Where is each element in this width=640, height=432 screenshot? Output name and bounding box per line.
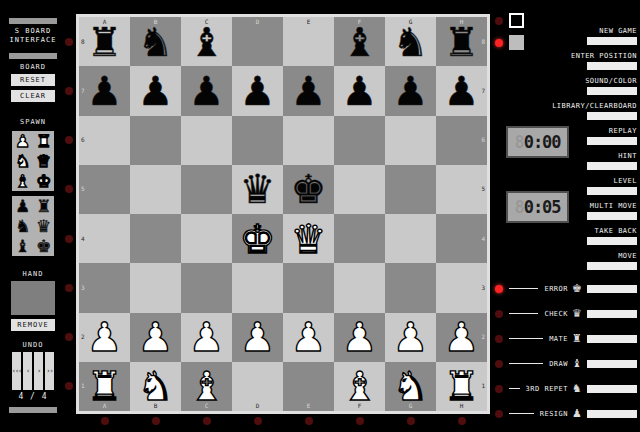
rank-6-led <box>65 136 73 144</box>
spawn-white-bishop[interactable]: ♝ <box>15 173 30 190</box>
sound-color-button[interactable] <box>587 87 637 95</box>
square-h5[interactable]: 5 <box>436 165 487 214</box>
white-rook-piece[interactable]: ♜ <box>444 366 480 406</box>
menu-item-enter-position: ENTER POSITION <box>545 52 637 70</box>
status-line <box>509 413 534 414</box>
3rd-repet-led <box>495 385 503 393</box>
status-label-3rd-repet: 3RD REPET <box>526 385 568 393</box>
square-a4[interactable]: 4 <box>79 214 130 263</box>
white-pawn-piece[interactable]: ♟ <box>342 317 378 357</box>
square-b6[interactable] <box>130 116 181 165</box>
square-c6[interactable] <box>181 116 232 165</box>
white-pawn-piece[interactable]: ♟ <box>87 317 123 357</box>
menu-label-level: LEVEL <box>545 177 637 185</box>
white-king-piece[interactable]: ♚ <box>240 219 276 259</box>
square-e7[interactable]: ♟ <box>283 66 334 115</box>
white-knight-piece[interactable]: ♞ <box>393 366 429 406</box>
chess-board: A8♜B♞C♝DEF♝G♞H8♜7♟♟♟♟♟♟♟7♟665♛♚54♚♛4332♟… <box>76 14 490 414</box>
bishop-icon: ♝ <box>570 358 584 370</box>
rank-label: 1 <box>81 383 85 389</box>
rank-label: 6 <box>481 137 485 143</box>
reset-button[interactable]: RESET <box>11 74 55 86</box>
black-pawn-piece[interactable]: ♟ <box>240 71 276 111</box>
square-c1[interactable]: C♝ <box>181 362 232 411</box>
menu-label-multi-move: MULTI MOVE <box>545 202 637 210</box>
menu-item-hint: HINT <box>545 152 637 170</box>
menu-item-take-back: TAKE BACK <box>545 227 637 245</box>
square-h4[interactable]: 4 <box>436 214 487 263</box>
error-led <box>495 285 503 293</box>
menu-item-library-clearboard: LIBRARY/CLEARBOARD <box>545 102 637 120</box>
menu-item-multi-move: MULTI MOVE <box>545 202 637 220</box>
spawn-white-rook[interactable]: ♜ <box>36 133 51 150</box>
white-pawn-piece[interactable]: ♟ <box>291 317 327 357</box>
black-pawn-piece[interactable]: ♟ <box>393 71 429 111</box>
app-title-line2: INTERFACE <box>10 36 57 45</box>
square-g8[interactable]: G♞ <box>385 17 436 66</box>
file-a-led <box>101 417 109 425</box>
square-d4[interactable]: ♚ <box>232 214 283 263</box>
black-turn-led <box>495 39 503 47</box>
rank-label: 7 <box>481 88 485 94</box>
status-row-error: ERROR♚ <box>495 276 637 301</box>
hint-button[interactable] <box>587 162 637 170</box>
resign-button[interactable] <box>587 410 637 418</box>
square-a2[interactable]: 2♟ <box>79 313 130 362</box>
left-control-panel: S BOARD INTERFACE BOARD RESET CLEAR SPAW… <box>6 18 60 413</box>
file-led-row <box>79 417 487 425</box>
rank-label: 2 <box>481 334 485 340</box>
rank-1-led <box>65 382 73 390</box>
white-bishop-piece[interactable]: ♝ <box>189 366 225 406</box>
square-b2[interactable]: ♟ <box>130 313 181 362</box>
white-pawn-piece[interactable]: ♟ <box>240 317 276 357</box>
square-f3[interactable] <box>334 263 385 312</box>
resign-led <box>495 410 503 418</box>
file-e-led <box>305 417 313 425</box>
square-d2[interactable]: ♟ <box>232 313 283 362</box>
square-h3[interactable]: 3 <box>436 263 487 312</box>
white-pawn-piece[interactable]: ♟ <box>393 317 429 357</box>
new-game-button[interactable] <box>587 37 637 45</box>
rank-label: 5 <box>481 186 485 192</box>
menu-label-hint: HINT <box>545 152 637 160</box>
rank-7-led <box>65 87 73 95</box>
rank-label: 4 <box>81 236 85 242</box>
rank-label: 2 <box>81 334 85 340</box>
square-a6[interactable]: 6 <box>79 116 130 165</box>
clear-button[interactable]: CLEAR <box>11 90 55 102</box>
file-f-led <box>356 417 364 425</box>
mate-button[interactable] <box>587 335 637 343</box>
white-side-indicator-square[interactable] <box>509 13 524 28</box>
take-back-button[interactable] <box>587 237 637 245</box>
queen-icon: ♛ <box>570 308 584 320</box>
menu-label-sound-color: SOUND/COLOR <box>545 77 637 85</box>
square-e1[interactable]: E <box>283 362 334 411</box>
square-b3[interactable] <box>130 263 181 312</box>
king-icon: ♚ <box>570 283 584 295</box>
move-button[interactable] <box>587 262 637 270</box>
status-label-mate: MATE <box>549 335 568 343</box>
black-knight-piece[interactable]: ♞ <box>393 22 429 62</box>
square-e5[interactable]: ♚ <box>283 165 334 214</box>
menu-label-take-back: TAKE BACK <box>545 227 637 235</box>
hand-section-label: HAND <box>23 270 44 279</box>
black-pawn-piece[interactable]: ♟ <box>87 71 123 111</box>
rank-label: 1 <box>481 383 485 389</box>
square-f1[interactable]: F♝ <box>334 362 385 411</box>
spawn-white-pawn[interactable]: ♟ <box>15 133 30 150</box>
rank-5-led <box>65 185 73 193</box>
square-e8[interactable]: E <box>283 17 334 66</box>
menu-item-move: MOVE <box>545 252 637 270</box>
level-button[interactable] <box>587 187 637 195</box>
black-side-indicator-square[interactable] <box>509 35 524 50</box>
square-g3[interactable] <box>385 263 436 312</box>
file-label: D <box>256 403 260 409</box>
square-h1[interactable]: H1♜ <box>436 362 487 411</box>
status-line <box>509 388 520 389</box>
square-b4[interactable] <box>130 214 181 263</box>
square-c7[interactable]: ♟ <box>181 66 232 115</box>
white-pawn-piece[interactable]: ♟ <box>138 317 174 357</box>
menu-label-new-game: NEW GAME <box>545 27 637 35</box>
check-led <box>495 310 503 318</box>
white-rook-piece[interactable]: ♜ <box>87 366 123 406</box>
spawn-section-label: SPAWN <box>20 118 46 127</box>
square-d1[interactable]: D <box>232 362 283 411</box>
file-label: D <box>256 19 260 25</box>
remove-button[interactable]: REMOVE <box>11 319 55 331</box>
rank-label: 8 <box>481 39 485 45</box>
status-line <box>509 288 538 289</box>
square-h8[interactable]: H8♜ <box>436 17 487 66</box>
square-f2[interactable]: ♟ <box>334 313 385 362</box>
square-d8[interactable]: D <box>232 17 283 66</box>
file-g-led <box>407 417 415 425</box>
spawn-tray-black: ♟♜♞♛♝♚ <box>12 196 54 256</box>
clock-ghost-digit: 8 <box>514 197 523 217</box>
square-g7[interactable]: ♟ <box>385 66 436 115</box>
black-pawn-piece[interactable]: ♟ <box>291 71 327 111</box>
status-label-check: CHECK <box>544 310 568 318</box>
square-d3[interactable] <box>232 263 283 312</box>
white-queen-piece[interactable]: ♛ <box>291 219 327 259</box>
check-button[interactable] <box>587 310 637 318</box>
square-f6[interactable] <box>334 116 385 165</box>
panel-bottom-bar <box>9 407 57 413</box>
square-d6[interactable] <box>232 116 283 165</box>
status-label-error: ERROR <box>544 285 568 293</box>
app-title-line1: S BOARD <box>15 27 52 36</box>
undo-section-label: UNDO <box>23 341 44 350</box>
square-a5[interactable]: 5 <box>79 165 130 214</box>
menu-item-replay: REPLAY <box>545 127 637 145</box>
hand-slot[interactable] <box>11 281 55 315</box>
black-pawn-piece[interactable]: ♟ <box>444 71 480 111</box>
spawn-white-king[interactable]: ♚ <box>36 173 51 190</box>
menu-button-column: NEW GAMEENTER POSITIONSOUND/COLORLIBRARY… <box>545 27 637 277</box>
rank-4-led <box>65 235 73 243</box>
square-a7[interactable]: 7♟ <box>79 66 130 115</box>
rook-icon: ♜ <box>570 333 584 345</box>
square-e4[interactable]: ♛ <box>283 214 334 263</box>
status-line <box>509 338 543 339</box>
replay-button[interactable] <box>587 137 637 145</box>
rank-label: 8 <box>81 39 85 45</box>
status-line <box>509 313 538 314</box>
undo-counter: 4 / 4 <box>18 392 47 401</box>
status-row-mate: MATE♜ <box>495 326 637 351</box>
square-h7[interactable]: 7♟ <box>436 66 487 115</box>
file-label: E <box>307 19 311 25</box>
square-h2[interactable]: 2♟ <box>436 313 487 362</box>
undo-forward-button[interactable]: › <box>34 352 43 390</box>
spawn-black-knight[interactable]: ♞ <box>15 218 30 235</box>
file-h-led <box>458 417 466 425</box>
rank-2-led <box>65 333 73 341</box>
square-b8[interactable]: B♞ <box>130 17 181 66</box>
square-c3[interactable] <box>181 263 232 312</box>
status-row-3rd-repet: 3RD REPET♞ <box>495 376 637 401</box>
rank-8-led <box>65 38 73 46</box>
square-d7[interactable]: ♟ <box>232 66 283 115</box>
black-pawn-piece[interactable]: ♟ <box>138 71 174 111</box>
rank-label: 5 <box>81 186 85 192</box>
square-g6[interactable] <box>385 116 436 165</box>
white-pawn-piece[interactable]: ♟ <box>189 317 225 357</box>
white-knight-piece[interactable]: ♞ <box>138 366 174 406</box>
spawn-white-knight[interactable]: ♞ <box>15 153 30 170</box>
square-e3[interactable] <box>283 263 334 312</box>
spawn-tray-white: ♟♜♞♛♝♚ <box>12 131 54 191</box>
black-pawn-piece[interactable]: ♟ <box>189 71 225 111</box>
enter-position-button[interactable] <box>587 62 637 70</box>
square-b1[interactable]: B♞ <box>130 362 181 411</box>
spawn-black-king[interactable]: ♚ <box>36 238 51 255</box>
rank-label: 4 <box>481 236 485 242</box>
square-h6[interactable]: 6 <box>436 116 487 165</box>
status-label-draw: DRAW <box>549 360 568 368</box>
panel-top-bar <box>9 18 57 24</box>
undo-rewind-button[interactable]: ‹‹‹ <box>12 352 21 390</box>
turn-indicator-panel <box>495 13 524 50</box>
square-f8[interactable]: F♝ <box>334 17 385 66</box>
square-f5[interactable] <box>334 165 385 214</box>
draw-button[interactable] <box>587 360 637 368</box>
status-row-resign: RESIGN♟ <box>495 401 637 426</box>
status-line <box>509 363 543 364</box>
multi-move-button[interactable] <box>587 212 637 220</box>
board-section-label: BOARD <box>20 63 46 72</box>
spawn-black-bishop[interactable]: ♝ <box>15 238 30 255</box>
library-clearboard-button[interactable] <box>587 112 637 120</box>
clock-ghost-digit: 8 <box>514 132 523 152</box>
status-led-panel: ERROR♚CHECK♛MATE♜DRAW♝3RD REPET♞RESIGN♟ <box>495 276 637 426</box>
file-d-led <box>254 417 262 425</box>
square-c4[interactable] <box>181 214 232 263</box>
menu-label-move: MOVE <box>545 252 637 260</box>
status-label-resign: RESIGN <box>540 410 568 418</box>
file-label: E <box>307 403 311 409</box>
black-rook-piece[interactable]: ♜ <box>87 22 123 62</box>
spawn-black-rook[interactable]: ♜ <box>36 198 51 215</box>
square-f4[interactable] <box>334 214 385 263</box>
undo-fast-forward-button[interactable]: ›› <box>45 352 54 390</box>
spawn-white-queen[interactable]: ♛ <box>36 153 51 170</box>
black-rook-piece[interactable]: ♜ <box>444 22 480 62</box>
square-d5[interactable]: ♛ <box>232 165 283 214</box>
square-c8[interactable]: C♝ <box>181 17 232 66</box>
status-row-draw: DRAW♝ <box>495 351 637 376</box>
square-f7[interactable]: ♟ <box>334 66 385 115</box>
square-g1[interactable]: G♞ <box>385 362 436 411</box>
menu-label-enter-position: ENTER POSITION <box>545 52 637 60</box>
undo-controls: ‹‹‹‹››› <box>12 352 54 390</box>
spawn-black-queen[interactable]: ♛ <box>36 218 51 235</box>
rank-led-column <box>63 17 74 411</box>
rank-3-led <box>65 284 73 292</box>
knight-icon: ♞ <box>570 383 584 395</box>
rank-label: 3 <box>81 285 85 291</box>
white-turn-led <box>495 17 503 25</box>
square-a8[interactable]: A8♜ <box>79 17 130 66</box>
black-king-piece[interactable]: ♚ <box>291 169 327 209</box>
black-pawn-piece[interactable]: ♟ <box>342 71 378 111</box>
status-row-check: CHECK♛ <box>495 301 637 326</box>
panel-divider-bar <box>9 53 57 59</box>
square-g5[interactable] <box>385 165 436 214</box>
menu-label-library-clearboard: LIBRARY/CLEARBOARD <box>545 102 637 110</box>
square-a3[interactable]: 3 <box>79 263 130 312</box>
square-e6[interactable] <box>283 116 334 165</box>
square-a1[interactable]: A1♜ <box>79 362 130 411</box>
file-b-led <box>152 417 160 425</box>
black-queen-piece[interactable]: ♛ <box>240 169 276 209</box>
undo-back-button[interactable]: ‹ <box>23 352 32 390</box>
pawn-icon: ♟ <box>570 408 584 420</box>
white-pawn-piece[interactable]: ♟ <box>444 317 480 357</box>
rank-label: 3 <box>481 285 485 291</box>
square-c5[interactable] <box>181 165 232 214</box>
black-bishop-piece[interactable]: ♝ <box>189 22 225 62</box>
black-bishop-piece[interactable]: ♝ <box>342 22 378 62</box>
menu-item-level: LEVEL <box>545 177 637 195</box>
menu-item-new-game: NEW GAME <box>545 27 637 45</box>
3rd-repet-button[interactable] <box>587 385 637 393</box>
square-b7[interactable]: ♟ <box>130 66 181 115</box>
error-button[interactable] <box>587 285 637 293</box>
draw-led <box>495 360 503 368</box>
square-e2[interactable]: ♟ <box>283 313 334 362</box>
black-knight-piece[interactable]: ♞ <box>138 22 174 62</box>
rank-label: 7 <box>81 88 85 94</box>
square-g2[interactable]: ♟ <box>385 313 436 362</box>
rank-label: 6 <box>81 137 85 143</box>
white-bishop-piece[interactable]: ♝ <box>342 366 378 406</box>
square-g4[interactable] <box>385 214 436 263</box>
spawn-black-pawn[interactable]: ♟ <box>15 198 30 215</box>
square-c2[interactable]: ♟ <box>181 313 232 362</box>
menu-label-replay: REPLAY <box>545 127 637 135</box>
board-grid: A8♜B♞C♝DEF♝G♞H8♜7♟♟♟♟♟♟♟7♟665♛♚54♚♛4332♟… <box>79 17 487 411</box>
file-c-led <box>203 417 211 425</box>
square-b5[interactable] <box>130 165 181 214</box>
menu-item-sound-color: SOUND/COLOR <box>545 77 637 95</box>
mate-led <box>495 335 503 343</box>
